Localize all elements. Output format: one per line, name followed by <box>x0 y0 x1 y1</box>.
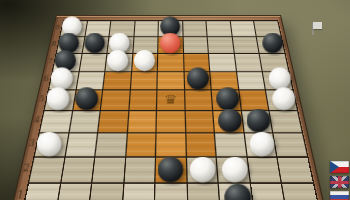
board-cell-e5[interactable]: ♛ <box>157 91 184 110</box>
language-flag-list <box>330 161 349 200</box>
white-piece-d7[interactable] <box>134 49 155 70</box>
board-cell-b3[interactable] <box>65 133 97 155</box>
board-cell-a6[interactable] <box>49 71 78 89</box>
board-cell-e4[interactable] <box>157 111 185 132</box>
board-cell-h1[interactable] <box>251 183 286 200</box>
board-cell-h9[interactable] <box>231 21 256 36</box>
throne-crown-icon: ♛ <box>164 93 178 106</box>
board-cell-g3[interactable] <box>215 133 246 155</box>
board-cell-i6[interactable] <box>263 71 292 89</box>
board-cell-g4[interactable] <box>214 111 244 132</box>
game-board: ♛ 987654321 <box>8 15 328 200</box>
board-cell-f9[interactable] <box>183 21 207 36</box>
board-cell-e6[interactable] <box>158 71 184 89</box>
board-cell-f8[interactable] <box>183 37 208 53</box>
board-cell-i3[interactable] <box>274 133 307 155</box>
board-cell-e3[interactable] <box>156 133 185 155</box>
board-cell-a4[interactable] <box>40 111 71 132</box>
black-piece-i8[interactable] <box>262 32 282 52</box>
board-cell-h6[interactable] <box>237 71 265 89</box>
board-cell-i8[interactable] <box>257 37 284 53</box>
white-piece-i5[interactable] <box>272 87 295 110</box>
board-cell-e8[interactable] <box>158 37 182 53</box>
board-cell-a2[interactable] <box>29 157 63 181</box>
board-cell-b7[interactable] <box>79 53 106 70</box>
board-cell-f5[interactable] <box>185 91 213 110</box>
black-piece-g4[interactable] <box>217 108 241 132</box>
board-cell-f3[interactable] <box>186 133 216 155</box>
board-cell-h3[interactable] <box>245 133 277 155</box>
white-piece-g2[interactable] <box>221 156 247 182</box>
board-cell-c7[interactable] <box>106 53 132 70</box>
board-cell-f1[interactable] <box>187 183 219 200</box>
language-flag-russian[interactable] <box>330 191 349 200</box>
board-cell-c4[interactable] <box>98 111 127 132</box>
board-cell-i1[interactable] <box>283 183 319 200</box>
board-cell-d9[interactable] <box>134 21 158 36</box>
board-cell-h5[interactable] <box>239 91 268 110</box>
board-cell-h7[interactable] <box>235 53 262 70</box>
board-cell-b8[interactable] <box>82 37 108 53</box>
board-cell-d6[interactable] <box>131 71 157 89</box>
black-piece-e2[interactable] <box>158 156 184 182</box>
board-cell-c5[interactable] <box>101 91 129 110</box>
board-cell-b2[interactable] <box>61 157 94 181</box>
black-piece-f6[interactable] <box>187 67 209 89</box>
board-cell-c2[interactable] <box>93 157 125 181</box>
game-screen: ♛ 987654321 <box>0 0 350 200</box>
board-cell-e7[interactable] <box>158 53 183 70</box>
white-piece-f2[interactable] <box>190 156 216 182</box>
surrender-flag-icon[interactable] <box>312 22 324 35</box>
board-cell-c1[interactable] <box>89 183 122 200</box>
black-piece-g1[interactable] <box>224 183 251 200</box>
board-cell-e1[interactable] <box>155 183 187 200</box>
board-cell-f6[interactable] <box>184 71 211 89</box>
board-cell-a3[interactable] <box>35 133 68 155</box>
board-cell-g1[interactable] <box>219 183 253 200</box>
board-cell-i4[interactable] <box>270 111 302 132</box>
board-cell-h4[interactable] <box>242 111 273 132</box>
board-cell-b1[interactable] <box>56 183 91 200</box>
board-cell-a5[interactable] <box>45 91 75 110</box>
white-piece-h3[interactable] <box>250 131 275 156</box>
board-cell-a1[interactable] <box>23 183 59 200</box>
black-piece-g5[interactable] <box>216 87 239 110</box>
board-cell-h2[interactable] <box>248 157 281 181</box>
board-cell-f4[interactable] <box>185 111 214 132</box>
board-cell-d3[interactable] <box>126 133 156 155</box>
board-cell-g8[interactable] <box>208 37 234 53</box>
board-cell-d1[interactable] <box>122 183 154 200</box>
flag-cloth <box>313 22 322 29</box>
board-cell-b6[interactable] <box>76 71 104 89</box>
board-cell-b4[interactable] <box>69 111 99 132</box>
board-cell-g9[interactable] <box>207 21 232 36</box>
white-piece-i6[interactable] <box>268 67 290 89</box>
black-piece-b8[interactable] <box>84 32 104 52</box>
board-cell-c6[interactable] <box>103 71 130 89</box>
white-piece-a5[interactable] <box>47 87 70 110</box>
board-cell-f2[interactable] <box>187 157 218 181</box>
board-cell-d2[interactable] <box>124 157 155 181</box>
board-grid: ♛ <box>22 20 321 200</box>
board-cell-d4[interactable] <box>128 111 156 132</box>
board-cell-i5[interactable] <box>267 91 297 110</box>
board-cell-c3[interactable] <box>96 133 127 155</box>
board-cell-b5[interactable] <box>73 91 102 110</box>
board-cell-g5[interactable] <box>212 91 240 110</box>
board-cell-g2[interactable] <box>217 157 249 181</box>
board-scene: ♛ 987654321 <box>0 0 350 200</box>
language-flag-czech[interactable] <box>330 161 349 173</box>
white-piece-a3[interactable] <box>37 131 62 156</box>
board-cell-h8[interactable] <box>233 37 259 53</box>
board-cell-e2[interactable] <box>156 157 186 181</box>
white-piece-a6[interactable] <box>51 67 73 89</box>
language-flag-english[interactable] <box>330 176 349 188</box>
board-cell-i2[interactable] <box>278 157 312 181</box>
black-piece-h4[interactable] <box>247 108 271 132</box>
board-cell-d5[interactable] <box>129 91 156 110</box>
board-cell-g7[interactable] <box>209 53 235 70</box>
board-cell-d7[interactable] <box>132 53 157 70</box>
black-piece-b5[interactable] <box>75 87 98 110</box>
